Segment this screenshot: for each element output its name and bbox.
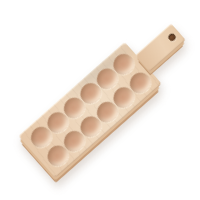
photo-background [0,0,200,200]
pit-grid [25,48,155,171]
hanging-hole [167,32,177,42]
board-body [18,42,161,178]
board-handle[interactable] [135,23,186,71]
mancala-board [18,10,197,178]
